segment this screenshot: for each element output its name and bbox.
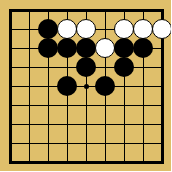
board-point[interactable]	[77, 96, 96, 115]
board-point[interactable]	[1, 39, 20, 58]
board-point[interactable]	[20, 39, 39, 58]
board-point[interactable]	[96, 153, 115, 172]
board-point[interactable]	[153, 153, 172, 172]
board-point[interactable]	[115, 153, 134, 172]
board-point[interactable]	[1, 115, 20, 134]
black-stone[interactable]	[114, 57, 134, 77]
board-point[interactable]	[58, 1, 77, 20]
board-point[interactable]	[115, 115, 134, 134]
board-point[interactable]	[58, 115, 77, 134]
board-point[interactable]	[58, 20, 77, 39]
board-point[interactable]	[96, 1, 115, 20]
white-stone[interactable]	[133, 19, 153, 39]
board-point[interactable]	[20, 20, 39, 39]
board-point[interactable]	[39, 77, 58, 96]
board-point[interactable]	[1, 77, 20, 96]
board-point[interactable]	[77, 20, 96, 39]
board-point[interactable]	[39, 39, 58, 58]
board-point[interactable]	[39, 1, 58, 20]
black-stone[interactable]	[76, 38, 96, 58]
board-point[interactable]	[20, 77, 39, 96]
board-point[interactable]	[134, 39, 153, 58]
board-point[interactable]	[58, 134, 77, 153]
board-point[interactable]	[134, 115, 153, 134]
board-point[interactable]	[153, 20, 172, 39]
board-point[interactable]	[134, 134, 153, 153]
white-stone[interactable]	[114, 19, 134, 39]
board-point[interactable]	[153, 58, 172, 77]
board-point[interactable]	[77, 39, 96, 58]
black-stone[interactable]	[57, 76, 77, 96]
board-point[interactable]	[39, 20, 58, 39]
board-point[interactable]	[115, 77, 134, 96]
board-point[interactable]	[77, 58, 96, 77]
black-stone[interactable]	[76, 57, 96, 77]
board-point[interactable]	[115, 134, 134, 153]
board-point[interactable]	[96, 39, 115, 58]
board-point[interactable]	[115, 58, 134, 77]
board-point[interactable]	[153, 77, 172, 96]
board-point[interactable]	[1, 153, 20, 172]
board-point[interactable]	[58, 153, 77, 172]
board-point[interactable]	[153, 115, 172, 134]
board-point[interactable]	[96, 20, 115, 39]
board-point[interactable]	[1, 1, 20, 20]
board-point[interactable]	[58, 77, 77, 96]
board-point[interactable]	[39, 134, 58, 153]
white-stone[interactable]	[57, 19, 77, 39]
white-stone[interactable]	[152, 19, 171, 39]
board-point[interactable]	[20, 115, 39, 134]
board-point[interactable]	[20, 153, 39, 172]
black-stone[interactable]	[38, 19, 58, 39]
board-point[interactable]	[39, 96, 58, 115]
board-point[interactable]	[134, 96, 153, 115]
board-point[interactable]	[77, 134, 96, 153]
black-stone[interactable]	[95, 76, 115, 96]
black-stone[interactable]	[38, 38, 58, 58]
board-point[interactable]	[39, 58, 58, 77]
board-point[interactable]	[134, 20, 153, 39]
board-point[interactable]	[77, 153, 96, 172]
board-point[interactable]	[115, 96, 134, 115]
white-stone[interactable]	[95, 38, 115, 58]
go-board[interactable]	[0, 0, 171, 171]
board-point[interactable]	[96, 58, 115, 77]
board-point[interactable]	[1, 134, 20, 153]
black-stone[interactable]	[133, 38, 153, 58]
white-stone[interactable]	[76, 19, 96, 39]
black-stone[interactable]	[114, 38, 134, 58]
board-point[interactable]	[115, 1, 134, 20]
board-point[interactable]	[39, 153, 58, 172]
board-point[interactable]	[1, 96, 20, 115]
board-point[interactable]	[153, 39, 172, 58]
board-point[interactable]	[96, 77, 115, 96]
board-point[interactable]	[20, 96, 39, 115]
board-point[interactable]	[134, 1, 153, 20]
board-point[interactable]	[115, 20, 134, 39]
board-point[interactable]	[134, 153, 153, 172]
board-point[interactable]	[58, 58, 77, 77]
board-point[interactable]	[134, 58, 153, 77]
board-point[interactable]	[96, 96, 115, 115]
board-point[interactable]	[96, 115, 115, 134]
board-point[interactable]	[153, 96, 172, 115]
black-stone[interactable]	[57, 38, 77, 58]
board-point[interactable]	[96, 134, 115, 153]
board-point[interactable]	[39, 115, 58, 134]
board-point[interactable]	[153, 1, 172, 20]
board-point[interactable]	[115, 39, 134, 58]
board-point[interactable]	[20, 134, 39, 153]
board-point[interactable]	[20, 58, 39, 77]
board-point[interactable]	[1, 20, 20, 39]
star-point	[84, 84, 89, 89]
board-point[interactable]	[58, 96, 77, 115]
board-point[interactable]	[77, 1, 96, 20]
board-point[interactable]	[1, 58, 20, 77]
board-point[interactable]	[153, 134, 172, 153]
board-point[interactable]	[58, 39, 77, 58]
board-point[interactable]	[77, 115, 96, 134]
board-point[interactable]	[20, 1, 39, 20]
board-point[interactable]	[134, 77, 153, 96]
